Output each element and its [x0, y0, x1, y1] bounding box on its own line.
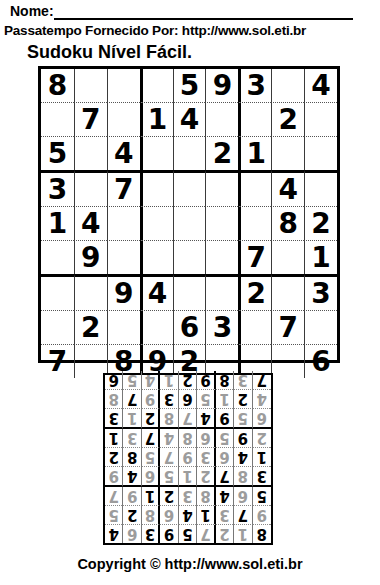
page-title: Sudoku Nível Fácil. [27, 42, 192, 63]
puzzle-cell-r4c4[interactable] [140, 170, 173, 206]
puzzle-cell-r8c4[interactable] [140, 310, 173, 344]
puzzle-cell-r8c7[interactable] [238, 310, 271, 344]
puzzle-cell-r6c6[interactable] [205, 240, 238, 274]
puzzle-cell-r5c3[interactable] [107, 206, 140, 240]
puzzle-cell-r9c9: 6 [304, 344, 337, 378]
solution-cell-r1c5: 5 [179, 525, 197, 543]
solution-cell-r7c4: 4 [197, 409, 215, 429]
solution-cell-r5c9: 2 [105, 448, 123, 467]
solution-cell-r9c3: 8 [216, 371, 234, 390]
puzzle-cell-r8c9[interactable] [304, 310, 337, 344]
solution-cell-r8c1: 4 [253, 390, 271, 409]
solution-cell-r1c7: 3 [142, 525, 160, 543]
puzzle-cell-r3c5[interactable] [173, 136, 206, 170]
solution-cell-r2c6: 6 [160, 506, 178, 525]
solution-cell-r5c3: 6 [216, 448, 234, 467]
puzzle-cell-r5c7[interactable] [238, 206, 271, 240]
puzzle-cell-r2c3[interactable] [107, 102, 140, 136]
solution-cell-r6c8: 3 [123, 429, 141, 448]
puzzle-cell-r5c5[interactable] [173, 206, 206, 240]
solution-cell-r6c4: 6 [197, 429, 215, 448]
solution-cell-r8c5: 6 [179, 390, 197, 409]
puzzle-cell-r2c6[interactable] [205, 102, 238, 136]
puzzle-cell-r6c5[interactable] [173, 240, 206, 274]
solution-cell-r5c5: 9 [179, 448, 197, 467]
puzzle-cell-r3c4[interactable] [140, 136, 173, 170]
solution-cell-r5c6: 7 [160, 448, 178, 467]
solution-cell-r3c1: 5 [253, 487, 271, 506]
solution-cell-r4c1: 3 [253, 467, 271, 487]
puzzle-cell-r3c8[interactable] [271, 136, 304, 170]
puzzle-cell-r8c3[interactable] [107, 310, 140, 344]
solution-cell-r7c2: 5 [234, 409, 252, 429]
solution-cell-r2c1: 9 [253, 506, 271, 525]
solution-cell-r8c9: 8 [105, 390, 123, 409]
puzzle-cell-r6c9: 1 [304, 240, 337, 274]
name-blank-line [54, 3, 353, 20]
solution-cell-r6c5: 8 [179, 429, 197, 448]
solution-cell-r8c4: 5 [197, 390, 215, 409]
solution-cell-r1c2: 1 [234, 525, 252, 543]
solution-cell-r3c4: 8 [197, 487, 215, 506]
puzzle-cell-r3c1: 5 [41, 136, 74, 170]
puzzle-cell-r4c8: 4 [271, 170, 304, 206]
puzzle-cell-r1c4[interactable] [140, 69, 173, 102]
puzzle-cell-r2c9[interactable] [304, 102, 337, 136]
puzzle-cell-r5c9: 2 [304, 206, 337, 240]
puzzle-cell-r6c3[interactable] [107, 240, 140, 274]
solution-cell-r4c8: 4 [123, 467, 141, 487]
puzzle-cell-r3c2[interactable] [74, 136, 107, 170]
puzzle-cell-r7c6[interactable] [205, 274, 238, 310]
puzzle-cell-r8c2: 2 [74, 310, 107, 344]
solution-cell-r8c3: 1 [216, 390, 234, 409]
solution-cell-r7c9: 3 [105, 409, 123, 429]
copyright-line: Copyright © http://www.sol.eti.br [0, 556, 380, 572]
puzzle-cell-r7c3: 9 [107, 274, 140, 310]
puzzle-cell-r1c8[interactable] [271, 69, 304, 102]
puzzle-cell-r1c9: 4 [304, 69, 337, 102]
solution-cell-r5c4: 3 [197, 448, 215, 467]
puzzle-cell-r2c4: 1 [140, 102, 173, 136]
solution-cell-r9c9: 6 [105, 371, 123, 390]
puzzle-cell-r3c3: 4 [107, 136, 140, 170]
solution-cell-r6c6: 4 [160, 429, 178, 448]
solution-cell-r4c3: 7 [216, 467, 234, 487]
puzzle-cell-r5c4[interactable] [140, 206, 173, 240]
puzzle-cell-r4c7[interactable] [238, 170, 271, 206]
solution-cell-r8c6: 3 [160, 390, 178, 409]
puzzle-cell-r1c7: 3 [238, 69, 271, 102]
puzzle-cell-r7c1[interactable] [41, 274, 74, 310]
puzzle-cell-r4c6[interactable] [205, 170, 238, 206]
solution-cell-r3c5: 3 [179, 487, 197, 506]
solution-cell-r1c4: 7 [197, 525, 215, 543]
puzzle-cell-r2c5: 4 [173, 102, 206, 136]
puzzle-cell-r1c5: 5 [173, 69, 206, 102]
solution-cell-r6c7: 7 [142, 429, 160, 448]
puzzle-cell-r6c4[interactable] [140, 240, 173, 274]
solution-cell-r1c8: 6 [123, 525, 141, 543]
puzzle-cell-r7c9: 3 [304, 274, 337, 310]
solution-cell-r1c1: 8 [253, 525, 271, 543]
puzzle-cell-r8c5: 6 [173, 310, 206, 344]
solution-cell-r6c2: 9 [234, 429, 252, 448]
puzzle-cell-r9c8[interactable] [271, 344, 304, 378]
solution-cell-r4c9: 9 [105, 467, 123, 487]
solution-cell-r9c2: 3 [234, 371, 252, 390]
provider-line: Passatempo Fornecido Por: http://www.sol… [4, 23, 306, 38]
puzzle-cell-r7c7: 2 [238, 274, 271, 310]
puzzle-cell-r8c1[interactable] [41, 310, 74, 344]
puzzle-cell-r2c7[interactable] [238, 102, 271, 136]
solution-cell-r7c8: 1 [123, 409, 141, 429]
puzzle-cell-r7c4: 4 [140, 274, 173, 310]
puzzle-cell-r5c2: 4 [74, 206, 107, 240]
puzzle-cell-r6c2: 9 [74, 240, 107, 274]
puzzle-cell-r7c2[interactable] [74, 274, 107, 310]
solution-cell-r4c7: 6 [142, 467, 160, 487]
puzzle-cell-r1c2[interactable] [74, 69, 107, 102]
puzzle-cell-r4c5[interactable] [173, 170, 206, 206]
solution-cell-r9c4: 9 [197, 371, 215, 390]
solution-cell-r3c7: 1 [142, 487, 160, 506]
puzzle-cell-r1c3[interactable] [107, 69, 140, 102]
puzzle-cell-r9c1: 7 [41, 344, 74, 378]
solution-cell-r4c2: 8 [234, 467, 252, 487]
solution-cell-r2c5: 4 [179, 506, 197, 525]
solution-cell-r1c3: 2 [216, 525, 234, 543]
solution-cell-r6c9: 1 [105, 429, 123, 448]
sudoku-solution-grid-rotated: 8127593649731468255648321973872156491463… [103, 373, 273, 545]
solution-cell-r3c6: 2 [160, 487, 178, 506]
puzzle-cell-r5c6[interactable] [205, 206, 238, 240]
sudoku-puzzle-grid: 859347142542137414829719423263778926 [38, 66, 340, 363]
solution-cell-r3c3: 4 [216, 487, 234, 506]
solution-cell-r3c2: 6 [234, 487, 252, 506]
puzzle-cell-r6c7: 7 [238, 240, 271, 274]
puzzle-cell-r8c8: 7 [271, 310, 304, 344]
solution-cell-r9c6: 1 [160, 371, 178, 390]
puzzle-cell-r5c8: 8 [271, 206, 304, 240]
solution-cell-r5c7: 5 [142, 448, 160, 467]
solution-cell-r7c1: 6 [253, 409, 271, 429]
name-label: Nome: [10, 3, 54, 20]
puzzle-cell-r2c8: 2 [271, 102, 304, 136]
solution-cell-r2c7: 8 [142, 506, 160, 525]
solution-cell-r2c4: 1 [197, 506, 215, 525]
solution-cell-r9c8: 5 [123, 371, 141, 390]
solution-cell-r7c7: 2 [142, 409, 160, 429]
puzzle-cell-r4c1: 3 [41, 170, 74, 206]
puzzle-cell-r2c2: 7 [74, 102, 107, 136]
solution-cell-r2c3: 3 [216, 506, 234, 525]
puzzle-cell-r4c2[interactable] [74, 170, 107, 206]
printable-sudoku-page: Nome: Passatempo Fornecido Por: http://w… [0, 0, 380, 585]
puzzle-cell-r4c3: 7 [107, 170, 140, 206]
name-field-row: Nome: [10, 3, 353, 20]
solution-cell-r5c8: 8 [123, 448, 141, 467]
solution-cell-r9c5: 2 [179, 371, 197, 390]
puzzle-cell-r6c1[interactable] [41, 240, 74, 274]
solution-cell-r7c5: 7 [179, 409, 197, 429]
puzzle-cell-r9c2[interactable] [74, 344, 107, 378]
solution-cell-r7c3: 9 [216, 409, 234, 429]
solution-cell-r2c8: 2 [123, 506, 141, 525]
puzzle-cell-r7c8[interactable] [271, 274, 304, 310]
solution-cell-r7c6: 8 [160, 409, 178, 429]
solution-cell-r5c2: 4 [234, 448, 252, 467]
solution-cell-r6c3: 5 [216, 429, 234, 448]
puzzle-cell-r7c5[interactable] [173, 274, 206, 310]
solution-cell-r4c4: 2 [197, 467, 215, 487]
solution-cell-r1c6: 9 [160, 525, 178, 543]
solution-cell-r4c6: 5 [160, 467, 178, 487]
puzzle-cell-r3c6: 2 [205, 136, 238, 170]
solution-cell-r4c5: 1 [179, 467, 197, 487]
puzzle-cell-r1c1: 8 [41, 69, 74, 102]
solution-cell-r2c9: 5 [105, 506, 123, 525]
solution-cell-r8c8: 7 [123, 390, 141, 409]
puzzle-cell-r2c1[interactable] [41, 102, 74, 136]
solution-cell-r9c7: 4 [142, 371, 160, 390]
solution-cell-r8c2: 2 [234, 390, 252, 409]
solution-cell-r2c2: 7 [234, 506, 252, 525]
puzzle-cell-r8c6: 3 [205, 310, 238, 344]
puzzle-cell-r5c1: 1 [41, 206, 74, 240]
solution-cell-r3c9: 7 [105, 487, 123, 506]
puzzle-cell-r4c9[interactable] [304, 170, 337, 206]
solution-cell-r6c1: 2 [253, 429, 271, 448]
solution-cell-r3c8: 9 [123, 487, 141, 506]
puzzle-cell-r3c7: 1 [238, 136, 271, 170]
puzzle-cell-r1c6: 9 [205, 69, 238, 102]
solution-cell-r9c1: 7 [253, 371, 271, 390]
solution-cell-r8c7: 9 [142, 390, 160, 409]
solution-cell-r1c9: 4 [105, 525, 123, 543]
puzzle-cell-r6c8[interactable] [271, 240, 304, 274]
puzzle-cell-r3c9[interactable] [304, 136, 337, 170]
solution-cell-r5c1: 1 [253, 448, 271, 467]
